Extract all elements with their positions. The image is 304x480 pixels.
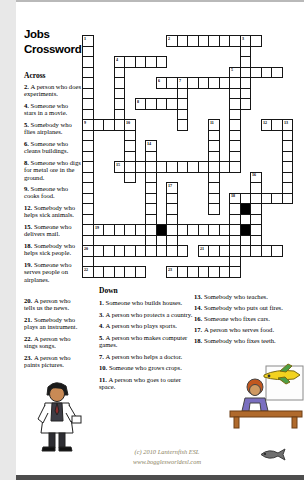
clue-21: 21. Somebody who plays an instrument. (24, 316, 81, 331)
copyright-footer: (c) 2010 Lanternfish ESL www.bogglesworl… (111, 447, 223, 467)
clue-12: 12. Somebody who helps sick animals. (24, 204, 81, 219)
clue-14: 14. Somebody who puts out fires. (194, 304, 300, 311)
clue-number: 4. (24, 102, 31, 109)
cell-number-6: 6 (158, 79, 160, 83)
grid-cell[interactable] (177, 245, 189, 257)
clue-number: 1. (99, 299, 106, 306)
clue-5: 5. Somebody who flies airplanes. (24, 121, 81, 136)
grid-cell[interactable] (250, 35, 262, 47)
clue-number: 18. (194, 337, 204, 344)
across-clue-list-bottom: 20. A person who tells us the news.21. S… (24, 297, 81, 373)
clue-13: 13. Somebody who teaches. (194, 293, 300, 300)
across-clue-list-top: 2. A person who does experiments.4. Some… (24, 83, 81, 287)
grid-cell[interactable] (135, 266, 147, 278)
clue-number: 6. (24, 140, 31, 147)
page-title-line1: Jobs (24, 27, 82, 42)
clue-4: 4. Someone who stars in a movie. (24, 102, 81, 117)
grid-cell[interactable] (282, 193, 294, 205)
down-heading: Down (99, 286, 118, 295)
clue-10: 10. Someone who grows crops. (99, 364, 194, 371)
clue-number: 13. (194, 293, 204, 300)
clue-number: 2. (24, 83, 31, 90)
grid-cell[interactable] (208, 203, 220, 215)
clue-23: 23. A person who paints pictures. (24, 354, 81, 369)
crossword-grid: 1234567891011121314151617181920212223 (82, 35, 294, 278)
cell-number-22: 22 (84, 268, 88, 272)
clue-number: 9. (24, 185, 31, 192)
clue-3: 3. A person who protects a country. (99, 311, 194, 318)
clue-2: 2. A person who does experiments. (24, 83, 81, 98)
clue-8: 8. Someone who digs for metal ore in the… (24, 159, 81, 181)
clue-number: 18. (24, 242, 34, 249)
page-title: Jobs Crossword: (24, 27, 82, 57)
grid-cell[interactable] (124, 172, 136, 184)
clue-7: 7. A person who helps a doctor. (99, 353, 194, 360)
cell-number-11: 11 (210, 121, 214, 125)
clue-22: 22. A person who sings songs. (24, 335, 81, 350)
bottom-rule (16, 475, 304, 480)
clue-5: 5. A person who makes computer games. (99, 334, 194, 349)
grid-cell[interactable] (271, 245, 283, 257)
clue-number: 5. (99, 334, 106, 341)
grid-cell[interactable] (177, 119, 189, 131)
cell-number-3: 3 (242, 37, 244, 41)
clue-17: 17. A person who serves food. (194, 326, 300, 333)
clue-number: 23. (24, 354, 34, 361)
cell-number-16: 16 (252, 173, 256, 177)
grid-cell[interactable] (229, 266, 241, 278)
scientist-illustration (28, 381, 84, 455)
across-heading: Across (24, 71, 46, 80)
cell-number-14: 14 (147, 142, 151, 146)
clue-number: 8. (24, 159, 31, 166)
clue-number: 14. (194, 304, 204, 311)
top-rule (16, 0, 304, 2)
cell-number-17: 17 (168, 184, 172, 188)
cell-number-15: 15 (116, 163, 120, 167)
cell-number-12: 12 (263, 121, 267, 125)
fish-logo-icon (259, 447, 289, 462)
clue-number: 4. (99, 322, 106, 329)
grid-cell[interactable] (156, 56, 168, 68)
clue-number: 21. (24, 316, 34, 323)
down-clue-list-col1: 1. Someone who builds houses.3. A person… (99, 299, 194, 395)
clue-number: 10. (99, 364, 109, 371)
clue-18: 18. Somebody who helps sick people. (24, 242, 81, 257)
cell-number-5: 5 (231, 68, 233, 72)
cell-number-23: 23 (168, 268, 172, 272)
grid-cell[interactable] (240, 98, 252, 110)
cell-number-10: 10 (126, 121, 130, 125)
cell-number-4: 4 (116, 58, 118, 62)
clue-number: 3. (99, 311, 106, 318)
teacher-illustration (228, 361, 304, 429)
clue-number: 5. (24, 121, 31, 128)
clue-15: 15. Someone who delivers mail. (24, 223, 81, 238)
copyright-line: (c) 2010 Lanternfish ESL (111, 447, 223, 457)
worksheet-page: Jobs Crossword: Across 2. A person who d… (16, 0, 304, 480)
page-title-line2: Crossword: (24, 42, 82, 57)
cell-number-20: 20 (84, 247, 88, 251)
clue-6: 6. Someone who cleans buildings. (24, 140, 81, 155)
clue-number: 16. (194, 315, 204, 322)
cell-number-8: 8 (137, 100, 139, 104)
cell-number-1: 1 (84, 37, 86, 41)
down-clue-list-col2: 13. Somebody who teaches.14. Somebody wh… (194, 293, 300, 348)
clue-9: 9. Someone who cooks food. (24, 185, 81, 200)
clue-20: 20. A person who tells us the news. (24, 297, 81, 312)
clue-number: 19. (24, 261, 34, 268)
cell-number-21: 21 (200, 247, 204, 251)
cell-number-9: 9 (84, 121, 86, 125)
cell-number-2: 2 (168, 37, 170, 41)
cell-number-19: 19 (95, 226, 99, 230)
clue-number: 20. (24, 297, 34, 304)
clue-number: 11. (99, 376, 109, 383)
clue-11: 11. A person who goes to outer space. (99, 376, 194, 391)
grid-cell[interactable] (271, 67, 283, 79)
clue-number: 12. (24, 204, 34, 211)
clue-16: 16. Someone who fixes cars. (194, 315, 300, 322)
clue-18: 18. Somebody who fixes teeth. (194, 337, 300, 344)
grid-cell[interactable] (229, 161, 241, 173)
clue-number: 17. (194, 326, 204, 333)
clue-number: 7. (99, 353, 106, 360)
clue-number: 22. (24, 335, 34, 342)
clue-4: 4. A person who plays sports. (99, 322, 194, 329)
clue-19: 19. Someone who serves people on airplan… (24, 261, 81, 283)
cell-number-18: 18 (231, 194, 235, 198)
clue-number: 15. (24, 223, 34, 230)
website-line: www.bogglesworldesl.com (111, 457, 223, 467)
cell-number-13: 13 (284, 121, 288, 125)
clue-1: 1. Someone who builds houses. (99, 299, 194, 306)
cell-number-7: 7 (179, 79, 181, 83)
